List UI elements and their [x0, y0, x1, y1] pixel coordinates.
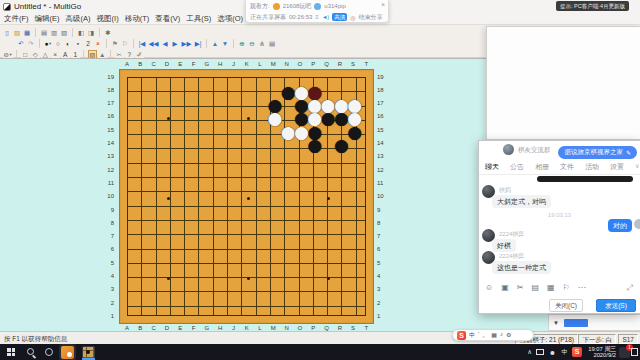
- board-row-label: 17: [98, 100, 114, 107]
- board-row-label: 19: [98, 74, 114, 81]
- board-column-label: Q: [324, 61, 329, 68]
- close-icon[interactable]: ×: [381, 1, 385, 8]
- edit-icon: ✎: [626, 149, 631, 156]
- delete-tool[interactable]: ×: [94, 39, 103, 49]
- black-stone-tool[interactable]: ●▾: [44, 39, 53, 49]
- nav-last-button[interactable]: ▶|: [194, 39, 203, 49]
- own-message-bubble: 对的: [608, 219, 632, 232]
- app-icon: [3, 3, 11, 11]
- board-row-label: 14: [377, 140, 393, 147]
- file-icon[interactable]: ▤: [531, 283, 539, 292]
- board-column-label: K: [245, 61, 249, 68]
- menu-item[interactable]: 工具(S): [183, 13, 214, 25]
- picture-icon[interactable]: ▦: [547, 283, 555, 292]
- ime-mode-icon[interactable]: ▦: [491, 331, 497, 340]
- board-column-label: R: [338, 61, 342, 68]
- status-coord-pane: S17: [618, 334, 638, 344]
- notification-tooltip: 提示: PC客户端·4月更新版: [556, 1, 629, 11]
- nav-back-button[interactable]: ◀: [161, 39, 170, 49]
- toolbar-separator: [39, 39, 40, 48]
- ime-mode-icon[interactable]: ♪: [500, 331, 503, 340]
- board-column-label: D: [165, 61, 169, 68]
- board-row-label: 10: [98, 193, 114, 200]
- emoji-icon[interactable]: ☺: [485, 283, 493, 292]
- board-row-label: 4: [98, 273, 114, 280]
- toolbar-separator: [35, 28, 36, 37]
- collapsed-banner[interactable]: [537, 176, 633, 182]
- tab-相册[interactable]: 相册: [535, 162, 549, 172]
- share-status-row: 正在共享屏幕 00:26:53 ≡ ◄) 高清 ◎ 结束分享: [250, 12, 382, 22]
- number-tool[interactable]: 2: [84, 39, 93, 49]
- shake-icon[interactable]: ⚐: [563, 283, 570, 292]
- search-icon-handle: [32, 354, 36, 358]
- board-row-label: 7: [377, 233, 393, 240]
- open-file-button[interactable]: ▨: [13, 28, 22, 38]
- board-column-label: N: [284, 61, 288, 68]
- board-row-label: 3: [98, 286, 114, 293]
- print-preview-button[interactable]: ▥: [50, 28, 59, 38]
- more-icon[interactable]: ⋯: [578, 283, 586, 292]
- sender-name: 棋妈: [499, 186, 511, 195]
- board-column-label: A: [125, 61, 129, 68]
- sender-name: 2224棋弈: [499, 230, 524, 239]
- star-point: [247, 117, 250, 120]
- star-point: [327, 197, 330, 200]
- viewer-name: 21608玩吧: [283, 2, 312, 11]
- board-row-label: 4: [377, 273, 393, 280]
- ime-lang-indicator[interactable]: 中: [562, 344, 569, 360]
- tab-活动[interactable]: 活动: [585, 162, 599, 172]
- export-button[interactable]: ▧: [60, 28, 69, 38]
- notification-app-icon[interactable]: 1: [619, 347, 630, 358]
- board-grid[interactable]: ●●●●●●●●●●●●●●●●●●●●●: [127, 77, 366, 316]
- board-row-label: 13: [377, 153, 393, 160]
- status-next-pane: 下一步: 白: [578, 334, 616, 344]
- taskbar-clock[interactable]: 19:07 周三 2020/9/2: [588, 346, 616, 359]
- toolbar-separator: [133, 39, 134, 48]
- star-point: [167, 197, 170, 200]
- status-bar: 按 F1 以获得帮助信息 当前棋子: 21 (P18) 下一步: 白 S17: [0, 331, 640, 344]
- board-row-label: 9: [377, 207, 393, 214]
- board-row-label: 8: [377, 220, 393, 227]
- tree-view-button[interactable]: ⋔: [258, 39, 267, 49]
- desktop: Untitled * - MultiGo 文件(F)编辑(E)高级(A)视图(I…: [0, 0, 640, 360]
- selected-text-chip: [564, 319, 588, 327]
- sogou-ime-bar: S 中’。▦♪⚙: [452, 329, 534, 341]
- board-column-label: E: [178, 61, 182, 68]
- board-row-label: 11: [377, 180, 393, 187]
- board-column-label: M: [271, 61, 276, 68]
- chevron-down-icon[interactable]: ∨: [635, 162, 639, 172]
- board-row-label: 1: [98, 313, 114, 320]
- toolbar-separator: [233, 39, 234, 48]
- nav-up-button[interactable]: ▲: [211, 39, 220, 49]
- viewer-avatar[interactable]: [273, 3, 280, 10]
- nav-down-button[interactable]: ▼: [221, 39, 230, 49]
- go-stone-black-P14[interactable]: ●: [307, 137, 322, 154]
- board-column-label: O: [298, 61, 303, 68]
- action-center-icon[interactable]: [631, 348, 638, 356]
- chat-input-toolbar: ☺▣✂▤▦⚐⋯: [485, 283, 586, 292]
- contact-icon[interactable]: ☻: [549, 344, 556, 360]
- white-stone-tool[interactable]: ○: [54, 39, 63, 49]
- redo-button[interactable]: ↷: [27, 39, 36, 49]
- board-row-label: 5: [98, 260, 114, 267]
- board-row-label: 13: [98, 153, 114, 160]
- cortana-icon[interactable]: [45, 348, 53, 356]
- go-stone-white-S16[interactable]: ●: [347, 110, 362, 127]
- end-share-label[interactable]: 结束分享: [358, 13, 382, 22]
- ime-mode-icon[interactable]: ⚙: [506, 331, 511, 340]
- sogou-logo-icon[interactable]: S: [457, 331, 466, 340]
- board-row-label: 12: [98, 167, 114, 174]
- copy-button[interactable]: ◧: [77, 28, 86, 38]
- board-column-label: G: [204, 61, 209, 68]
- nav-first-button[interactable]: |◀: [138, 39, 147, 49]
- star-point: [167, 117, 170, 120]
- danmaku-icon[interactable]: ≡: [315, 14, 319, 20]
- toolbar-row: ▯▨▦▤▥▧◧◨✱: [2, 27, 113, 38]
- toolbar-row: ↶↷●▾○◐▪2×⚑⚐|◀◀◀◀▶▶▶▶|▲▼⊕⊖⋔▤: [16, 38, 277, 49]
- board-row-label: 6: [377, 246, 393, 253]
- board-row-label: 12: [377, 167, 393, 174]
- board-row-label: 7: [98, 233, 114, 240]
- nav-fast-back-button[interactable]: ◀◀: [148, 39, 160, 49]
- menu-item[interactable]: 移动(T): [122, 13, 153, 25]
- dropdown-arrow-icon: ▾: [49, 39, 51, 48]
- share-timer: 00:26:53: [289, 14, 312, 20]
- board-row-label: 15: [377, 127, 393, 134]
- ime-mode-icon[interactable]: ’: [478, 331, 479, 340]
- chat-tabs: 聊天公告相册文件活动设置∨: [485, 162, 639, 172]
- star-point: [247, 197, 250, 200]
- board-row-label: 16: [377, 113, 393, 120]
- tab-文件[interactable]: 文件: [560, 162, 574, 172]
- start-button[interactable]: [7, 348, 15, 356]
- toolbar-separator: [206, 39, 207, 48]
- menu-item[interactable]: 选项(O): [214, 13, 246, 25]
- status-help-text: 按 F1 以获得帮助信息: [4, 335, 67, 344]
- tab-公告[interactable]: 公告: [510, 162, 524, 172]
- paste-button[interactable]: ◨: [87, 28, 96, 38]
- background-window-strip: ▼: [548, 314, 640, 331]
- star-point: [247, 277, 250, 280]
- expand-icon[interactable]: ⤢: [627, 283, 633, 293]
- group-title-pill[interactable]: 据说旅京棋视界之家 ✎: [558, 146, 637, 159]
- own-avatar[interactable]: [634, 219, 640, 229]
- go-stone-white-O15[interactable]: ●: [294, 123, 309, 140]
- windows-taskbar: ∧ ☻ 中 S 19:07 周三 2020/9/2 1: [0, 344, 640, 360]
- board-row-label: 2: [98, 300, 114, 307]
- group-avatar[interactable]: [503, 144, 514, 155]
- menu-item[interactable]: 视图(I): [94, 13, 122, 25]
- star-point: [327, 277, 330, 280]
- board-row-label: 19: [377, 74, 393, 81]
- save-button[interactable]: ▦: [23, 28, 32, 38]
- zoom-out-button[interactable]: ⊖: [248, 39, 257, 49]
- board-column-label: L: [258, 61, 261, 68]
- board-column-label: C: [151, 61, 155, 68]
- tabs-divider: [479, 174, 640, 175]
- board-row-label: 2: [377, 300, 393, 307]
- menu-item[interactable]: 文件(F): [1, 13, 32, 25]
- dot-tool[interactable]: ▪: [74, 39, 83, 49]
- board-column-label: P: [311, 61, 315, 68]
- board-row-label: 5: [377, 260, 393, 267]
- board-row-label: 14: [98, 140, 114, 147]
- board-row-label: 6: [98, 246, 114, 253]
- message-bubble: 大斜定式，对吗: [492, 195, 551, 208]
- viewer-avatar[interactable]: [314, 3, 321, 10]
- chat-close-button[interactable]: 关闭(C): [549, 299, 583, 312]
- message-bubble: 这也是一种定式: [492, 261, 551, 274]
- board-column-label: F: [192, 61, 196, 68]
- message-bubble: 好棋: [492, 239, 516, 252]
- chat-send-button[interactable]: 发送(S): [596, 299, 636, 312]
- sender-name: 2224棋弈: [499, 252, 524, 261]
- board-row-label: 10: [377, 193, 393, 200]
- setup-mode-button[interactable]: ⚐: [121, 39, 130, 49]
- tray-chevron-icon[interactable]: ∧: [527, 344, 532, 360]
- board-row-label: 11: [98, 180, 114, 187]
- board-row-label: 15: [98, 127, 114, 134]
- board-column-label: H: [218, 61, 222, 68]
- zoom-in-button[interactable]: ⊕: [238, 39, 247, 49]
- board-column-label: J: [232, 61, 235, 68]
- sogou-tray-icon[interactable]: S: [572, 347, 582, 357]
- taskbar-app-multigo[interactable]: [61, 346, 74, 359]
- board-row-label: 8: [98, 220, 114, 227]
- nav-fast-forward-button[interactable]: ▶▶: [181, 39, 193, 49]
- board-row-label: 1: [377, 313, 393, 320]
- pass-button[interactable]: ⚑: [111, 39, 120, 49]
- tab-设置[interactable]: 设置: [610, 162, 624, 172]
- viewer-name: u314pip: [324, 3, 345, 9]
- viewers-label: 观看方:: [250, 2, 270, 11]
- speaker-icon[interactable]: ◄): [322, 14, 329, 20]
- chat-window: 棋友交流群 据说旅京棋视界之家 ✎ 聊天公告相册文件活动设置∨ 棋妈大斜定式，对…: [478, 140, 640, 314]
- star-point: [167, 277, 170, 280]
- board-row-label: 3: [377, 286, 393, 293]
- ime-items: 中’。▦♪⚙: [469, 331, 511, 340]
- board-row-label: 9: [98, 207, 114, 214]
- board-row-label: 18: [377, 87, 393, 94]
- ime-mode-icon[interactable]: 中: [469, 331, 475, 340]
- screenshot-icon[interactable]: ✂: [517, 283, 524, 292]
- group-name-text: 棋友交流群: [518, 146, 551, 155]
- image-icon[interactable]: ▣: [501, 283, 509, 292]
- screen-share-bar: 观看方: 21608玩吧 u314pip × 正在共享屏幕 00:26:53 ≡…: [245, 0, 389, 23]
- clock-date: 2020/9/2: [588, 352, 616, 359]
- quality-badge[interactable]: 高清: [332, 13, 347, 21]
- toolbar-separator: [106, 39, 107, 48]
- go-stone-white-P16[interactable]: ●: [307, 110, 322, 127]
- display-icon[interactable]: [536, 344, 544, 360]
- toolbar-separator: [99, 28, 100, 37]
- print-button[interactable]: ▤: [40, 28, 49, 38]
- share-status-text: 正在共享屏幕: [250, 13, 286, 22]
- nav-forward-button[interactable]: ▶: [171, 39, 180, 49]
- board-setup-button[interactable]: ✱: [104, 28, 113, 38]
- board-row-label: 16: [98, 113, 114, 120]
- go-stone-black-R14[interactable]: ●: [334, 137, 349, 154]
- board-column-label: S: [351, 61, 355, 68]
- viewers-row: 观看方: 21608玩吧 u314pip: [250, 1, 346, 11]
- toolbar-separator: [72, 28, 73, 37]
- tab-聊天[interactable]: 聊天: [485, 162, 499, 172]
- board-column-label: B: [138, 61, 142, 68]
- background-window: [486, 26, 640, 140]
- menu-item[interactable]: 编辑(E): [32, 13, 63, 25]
- menu-item[interactable]: 高级(A): [63, 13, 94, 25]
- go-board[interactable]: ●●●●●●●●●●●●●●●●●●●●●: [119, 69, 374, 324]
- alternate-tool[interactable]: ◐: [64, 39, 73, 49]
- board-row-label: 17: [377, 100, 393, 107]
- ime-mode-icon[interactable]: 。: [482, 331, 488, 340]
- new-file-button[interactable]: ▯: [3, 28, 12, 38]
- info-button[interactable]: ▤: [268, 39, 277, 49]
- scroll-down-icon[interactable]: ▼: [553, 320, 559, 326]
- menu-item[interactable]: 查看(V): [152, 13, 183, 25]
- undo-button[interactable]: ↶: [17, 39, 26, 49]
- message-timestamp: 19:03:13: [479, 212, 640, 218]
- window-title: Untitled * - MultiGo: [14, 2, 81, 11]
- group-title-text: 据说旅京棋视界之家: [564, 148, 623, 157]
- board-column-label: T: [365, 61, 369, 68]
- taskbar-app-go-board[interactable]: [82, 346, 95, 359]
- power-icon[interactable]: ◎: [350, 14, 355, 21]
- board-row-label: 18: [98, 87, 114, 94]
